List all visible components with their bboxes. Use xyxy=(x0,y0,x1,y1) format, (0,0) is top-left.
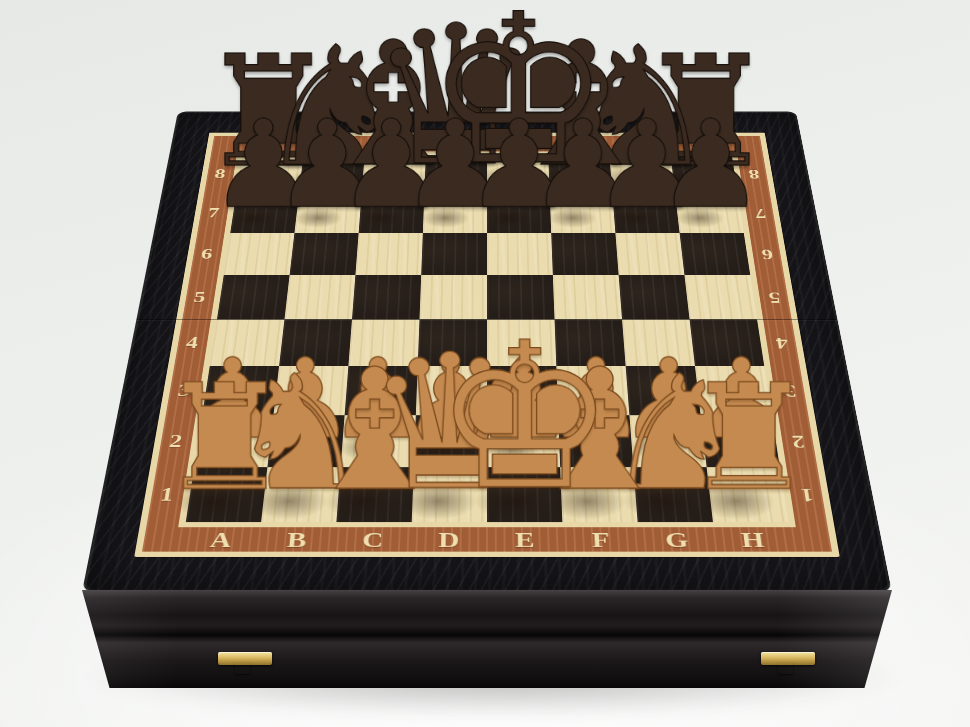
square-g4 xyxy=(622,319,695,366)
square-b3 xyxy=(273,366,348,415)
rank-label-right-4: 4 xyxy=(774,334,789,350)
square-b2 xyxy=(267,415,344,467)
square-h6 xyxy=(680,233,751,275)
square-g3 xyxy=(626,366,701,415)
square-c3 xyxy=(345,366,418,415)
square-a4 xyxy=(210,319,285,366)
file-label-top-a: A xyxy=(265,136,284,150)
square-h5 xyxy=(684,275,757,319)
square-c5 xyxy=(352,275,421,319)
square-f5 xyxy=(553,275,622,319)
board-fold-seam xyxy=(136,319,837,320)
square-e3 xyxy=(487,366,558,415)
square-b7 xyxy=(294,193,361,233)
chess-board xyxy=(186,155,789,522)
square-a8 xyxy=(236,155,303,193)
square-e5 xyxy=(487,275,555,319)
square-c7 xyxy=(359,193,425,233)
square-g5 xyxy=(619,275,690,319)
square-d2 xyxy=(414,415,487,467)
rank-label-left-7: 7 xyxy=(207,206,221,220)
case-front-edge xyxy=(82,590,892,688)
square-e8 xyxy=(487,155,550,193)
square-b1 xyxy=(261,467,341,522)
file-label-bottom-d: D xyxy=(438,529,460,551)
brass-latch-right xyxy=(761,652,815,665)
square-h4 xyxy=(690,319,765,366)
square-h1 xyxy=(707,467,789,522)
square-b4 xyxy=(279,319,352,366)
square-h2 xyxy=(701,415,780,467)
file-label-bottom-e: E xyxy=(515,529,535,551)
square-g6 xyxy=(615,233,684,275)
studio-photo-background: 1122334455667788AABBCCDDEEFFGGHH ♜♞♝♛♚♝♞… xyxy=(0,0,970,727)
square-d3 xyxy=(416,366,487,415)
square-d6 xyxy=(421,233,487,275)
square-a6 xyxy=(224,233,295,275)
file-label-bottom-c: C xyxy=(362,529,385,551)
square-b8 xyxy=(299,155,365,193)
file-label-bottom-g: G xyxy=(664,529,689,551)
square-b5 xyxy=(284,275,355,319)
file-label-bottom-f: F xyxy=(591,529,611,551)
file-label-bottom-b: B xyxy=(286,529,308,551)
square-e4 xyxy=(487,319,556,366)
rank-label-right-6: 6 xyxy=(760,247,774,262)
case-top-black-frame: 1122334455667788AABBCCDDEEFFGGHH xyxy=(82,111,892,592)
rank-label-right-7: 7 xyxy=(753,206,767,220)
square-b6 xyxy=(290,233,359,275)
square-g1 xyxy=(633,467,713,522)
square-d4 xyxy=(418,319,487,366)
square-f8 xyxy=(548,155,612,193)
square-d7 xyxy=(423,193,487,233)
square-a5 xyxy=(217,275,290,319)
file-label-top-d: D xyxy=(448,136,466,150)
square-h7 xyxy=(675,193,744,233)
square-c1 xyxy=(336,467,413,522)
square-e6 xyxy=(487,233,553,275)
rank-label-left-4: 4 xyxy=(185,334,200,350)
square-c6 xyxy=(355,233,422,275)
rank-label-right-5: 5 xyxy=(767,289,782,304)
file-label-top-g: G xyxy=(629,136,649,150)
square-g8 xyxy=(609,155,675,193)
square-f2 xyxy=(558,415,633,467)
square-e2 xyxy=(487,415,560,467)
square-h8 xyxy=(671,155,738,193)
rank-label-left-6: 6 xyxy=(200,247,214,262)
square-e1 xyxy=(487,467,562,522)
square-g7 xyxy=(612,193,679,233)
rank-label-right-3: 3 xyxy=(782,382,797,399)
square-f1 xyxy=(560,467,637,522)
file-label-top-e: E xyxy=(509,136,525,150)
square-a1 xyxy=(186,467,268,522)
square-c2 xyxy=(341,415,416,467)
square-f7 xyxy=(550,193,616,233)
rank-label-left-8: 8 xyxy=(214,167,227,180)
square-c4 xyxy=(348,319,419,366)
chess-case-top-plane: 1122334455667788AABBCCDDEEFFGGHH ♜♞♝♛♚♝♞… xyxy=(82,111,892,592)
square-g2 xyxy=(629,415,706,467)
square-a7 xyxy=(230,193,299,233)
file-label-top-h: H xyxy=(689,136,709,150)
rank-label-right-8: 8 xyxy=(747,167,760,180)
square-f3 xyxy=(556,366,629,415)
square-d5 xyxy=(419,275,487,319)
rank-label-left-5: 5 xyxy=(193,289,208,304)
file-label-top-f: F xyxy=(570,136,585,150)
file-label-top-b: B xyxy=(326,136,343,150)
square-f6 xyxy=(551,233,618,275)
file-label-bottom-h: H xyxy=(740,529,766,551)
square-c8 xyxy=(362,155,426,193)
file-label-bottom-a: A xyxy=(209,529,234,551)
square-d1 xyxy=(412,467,487,522)
square-h3 xyxy=(695,366,772,415)
square-a2 xyxy=(194,415,273,467)
square-e7 xyxy=(487,193,551,233)
file-label-top-c: C xyxy=(387,136,405,150)
square-f4 xyxy=(555,319,626,366)
square-d8 xyxy=(424,155,487,193)
square-a3 xyxy=(202,366,279,415)
brass-latch-left xyxy=(218,652,272,665)
